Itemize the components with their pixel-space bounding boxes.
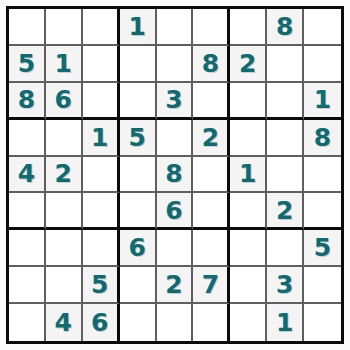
cell-r2c9[interactable] <box>304 46 341 83</box>
cell-r6c9[interactable] <box>304 193 341 230</box>
cell-r3c7[interactable] <box>230 83 267 120</box>
cell-r6c4[interactable] <box>120 193 157 230</box>
cell-r9c9[interactable] <box>304 304 341 341</box>
cell-r6c1[interactable] <box>9 193 46 230</box>
cell-r8c1[interactable] <box>9 267 46 304</box>
cell-r5c3[interactable] <box>83 157 120 194</box>
cell-r3c3[interactable] <box>83 83 120 120</box>
cell-r2c6: 8 <box>193 46 230 83</box>
cell-r5c4[interactable] <box>120 157 157 194</box>
cell-r5c6[interactable] <box>193 157 230 194</box>
cell-r7c3[interactable] <box>83 230 120 267</box>
cell-r2c1: 5 <box>9 46 46 83</box>
cell-r6c3[interactable] <box>83 193 120 230</box>
cell-r8c6: 7 <box>193 267 230 304</box>
sudoku-page: 18518286311528428162655273461 <box>0 0 350 350</box>
cell-r5c5: 8 <box>157 157 194 194</box>
cell-r2c2: 1 <box>46 46 83 83</box>
cell-r8c9[interactable] <box>304 267 341 304</box>
cell-r6c6[interactable] <box>193 193 230 230</box>
sudoku-board: 18518286311528428162655273461 <box>6 6 344 344</box>
cell-r1c1[interactable] <box>9 9 46 46</box>
cell-r2c4[interactable] <box>120 46 157 83</box>
cell-r9c1[interactable] <box>9 304 46 341</box>
cell-r4c1[interactable] <box>9 120 46 157</box>
cell-r8c5: 2 <box>157 267 194 304</box>
cell-r2c8[interactable] <box>267 46 304 83</box>
cell-r9c6[interactable] <box>193 304 230 341</box>
cell-r7c2[interactable] <box>46 230 83 267</box>
cell-r6c2[interactable] <box>46 193 83 230</box>
cell-r3c4[interactable] <box>120 83 157 120</box>
cell-r6c8: 2 <box>267 193 304 230</box>
cell-r2c5[interactable] <box>157 46 194 83</box>
cell-r4c4: 5 <box>120 120 157 157</box>
cell-r4c6: 2 <box>193 120 230 157</box>
cell-r1c5[interactable] <box>157 9 194 46</box>
cell-r7c1[interactable] <box>9 230 46 267</box>
cell-r4c3: 1 <box>83 120 120 157</box>
cell-r4c2[interactable] <box>46 120 83 157</box>
cell-r4c7[interactable] <box>230 120 267 157</box>
cell-r1c7[interactable] <box>230 9 267 46</box>
cell-r8c2[interactable] <box>46 267 83 304</box>
cell-r7c9: 5 <box>304 230 341 267</box>
cell-r9c3: 6 <box>83 304 120 341</box>
cell-r9c4[interactable] <box>120 304 157 341</box>
cell-r6c7[interactable] <box>230 193 267 230</box>
cell-r3c2: 6 <box>46 83 83 120</box>
cell-r5c7: 1 <box>230 157 267 194</box>
cell-r5c2: 2 <box>46 157 83 194</box>
cell-r5c8[interactable] <box>267 157 304 194</box>
cell-r3c8[interactable] <box>267 83 304 120</box>
cell-r9c7[interactable] <box>230 304 267 341</box>
cell-r7c7[interactable] <box>230 230 267 267</box>
cell-r3c5: 3 <box>157 83 194 120</box>
cell-r8c3: 5 <box>83 267 120 304</box>
cell-r6c5: 6 <box>157 193 194 230</box>
cell-r1c4: 1 <box>120 9 157 46</box>
cell-r7c6[interactable] <box>193 230 230 267</box>
cell-r9c8: 1 <box>267 304 304 341</box>
cell-r3c9: 1 <box>304 83 341 120</box>
cell-r8c4[interactable] <box>120 267 157 304</box>
cell-r5c1: 4 <box>9 157 46 194</box>
cell-r7c4: 6 <box>120 230 157 267</box>
cell-r9c5[interactable] <box>157 304 194 341</box>
cell-r1c6[interactable] <box>193 9 230 46</box>
cell-r7c5[interactable] <box>157 230 194 267</box>
cell-r1c3[interactable] <box>83 9 120 46</box>
cell-r1c9[interactable] <box>304 9 341 46</box>
cell-r7c8[interactable] <box>267 230 304 267</box>
cell-r3c1: 8 <box>9 83 46 120</box>
cell-r5c9[interactable] <box>304 157 341 194</box>
cell-r4c5[interactable] <box>157 120 194 157</box>
cell-r4c8[interactable] <box>267 120 304 157</box>
cell-r1c8: 8 <box>267 9 304 46</box>
cell-r9c2: 4 <box>46 304 83 341</box>
cell-r8c8: 3 <box>267 267 304 304</box>
cell-r2c7: 2 <box>230 46 267 83</box>
cell-r3c6[interactable] <box>193 83 230 120</box>
cell-r1c2[interactable] <box>46 9 83 46</box>
cell-r4c9: 8 <box>304 120 341 157</box>
cell-r2c3[interactable] <box>83 46 120 83</box>
cell-r8c7[interactable] <box>230 267 267 304</box>
